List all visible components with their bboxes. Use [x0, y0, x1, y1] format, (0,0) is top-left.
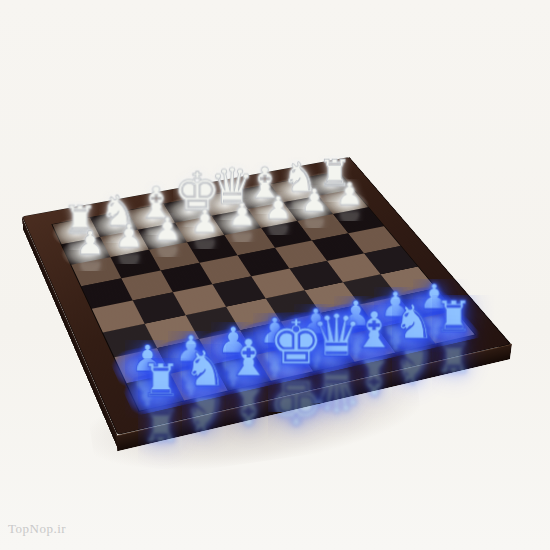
- square[interactable]: ♟: [62, 237, 111, 265]
- white-pawn[interactable]: ♟: [109, 220, 149, 252]
- blue-knight[interactable]: ♞: [392, 299, 436, 346]
- square[interactable]: ♜: [127, 374, 184, 411]
- chess-board-frame: ♜♞♝♚♛♝♞♜♟♟♟♟♟♟♟♟♟♟♟♟♟♟♟♟♜♞♝♚♛♝♞♜: [22, 157, 511, 435]
- white-pawn[interactable]: ♟: [295, 185, 333, 216]
- white-pawn[interactable]: ♟: [330, 179, 368, 210]
- photo-background: ♜♞♝♚♛♝♞♜♟♟♟♟♟♟♟♟♟♟♟♟♟♟♟♟♜♞♝♚♛♝♞♜ TopNop.…: [0, 0, 550, 550]
- blue-knight[interactable]: ♞: [182, 344, 228, 393]
- blue-bishop[interactable]: ♝: [226, 332, 272, 383]
- chess-board-scene: ♜♞♝♚♛♝♞♜♟♟♟♟♟♟♟♟♟♟♟♟♟♟♟♟♜♞♝♚♛♝♞♜: [22, 157, 511, 435]
- white-pawn[interactable]: ♟: [259, 192, 298, 223]
- white-pawn[interactable]: ♟: [222, 199, 261, 230]
- blue-rook[interactable]: ♜: [432, 295, 476, 338]
- white-pawn[interactable]: ♟: [147, 213, 187, 245]
- watermark-text: TopNop.ir: [8, 521, 66, 537]
- blue-king[interactable]: ♚: [268, 312, 313, 374]
- blue-rook[interactable]: ♜: [138, 358, 185, 403]
- white-pawn[interactable]: ♟: [185, 206, 224, 238]
- white-pawn[interactable]: ♟: [70, 227, 110, 259]
